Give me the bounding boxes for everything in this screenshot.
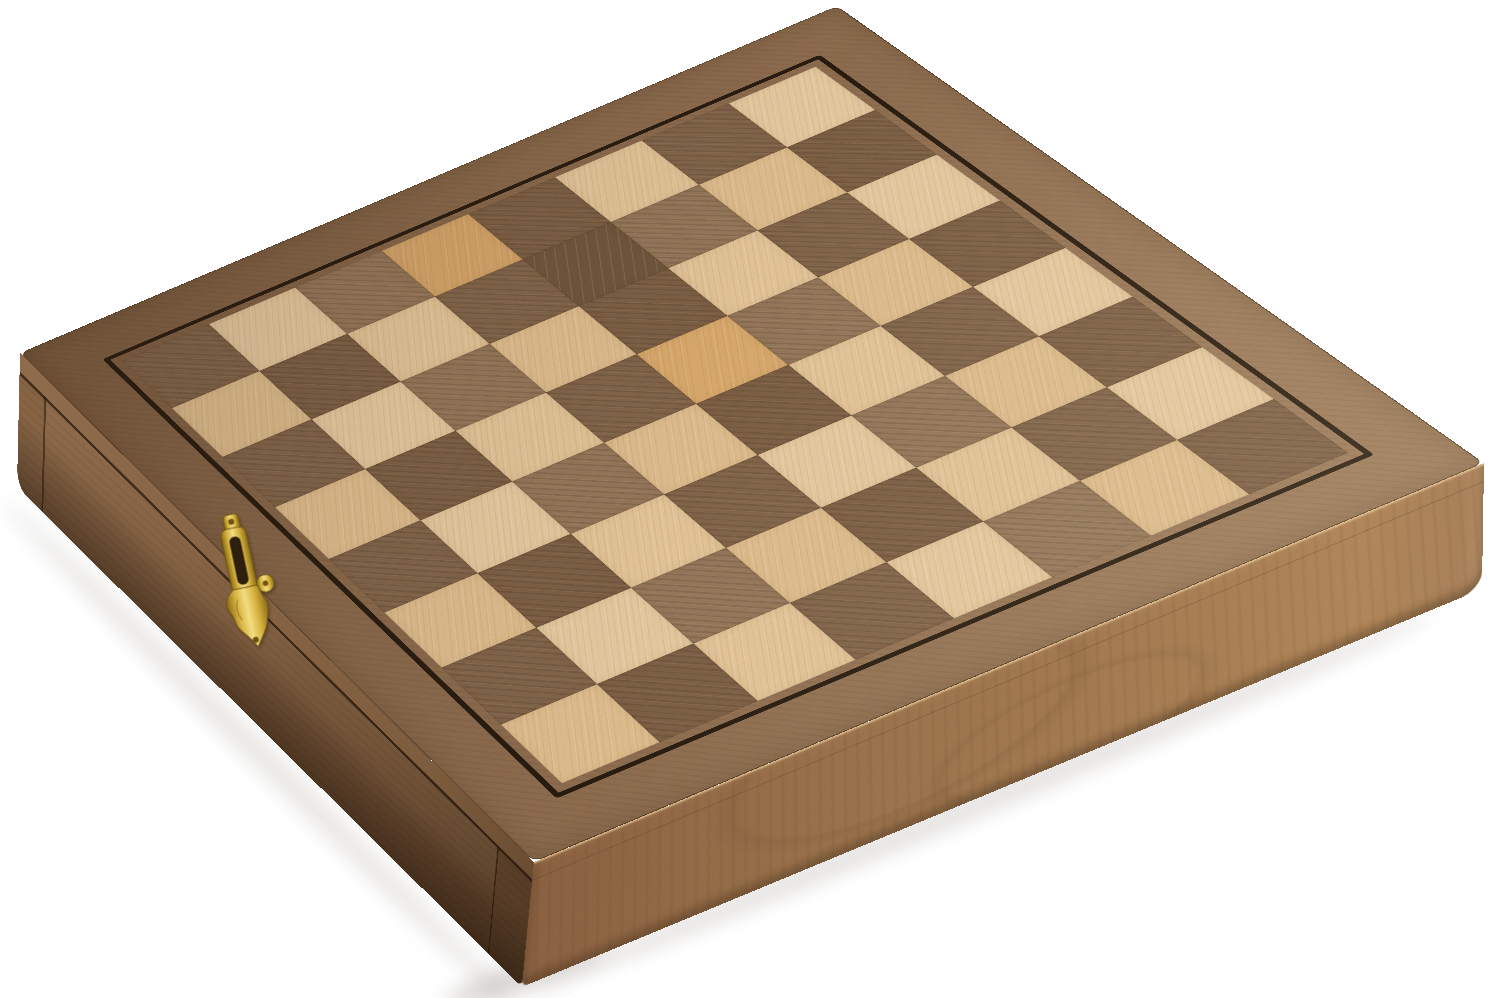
chessboard-top [20,6,1484,862]
latch-lower-plate [224,584,276,652]
product-photo [0,0,1500,998]
